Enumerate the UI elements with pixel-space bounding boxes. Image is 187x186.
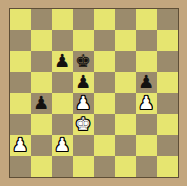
square-h4[interactable]	[157, 93, 178, 114]
square-b5[interactable]	[31, 72, 52, 93]
square-d1[interactable]	[73, 156, 94, 177]
black-pawn[interactable]: ♟	[54, 51, 70, 71]
square-d6[interactable]: ♚	[73, 51, 94, 72]
white-king[interactable]: ♚	[75, 114, 91, 134]
square-e7[interactable]	[94, 30, 115, 51]
white-pawn[interactable]: ♟	[75, 93, 91, 113]
square-d5[interactable]: ♟	[73, 72, 94, 93]
square-f2[interactable]	[115, 135, 136, 156]
square-f6[interactable]	[115, 51, 136, 72]
square-g5[interactable]: ♟	[136, 72, 157, 93]
square-b4[interactable]: ♟	[31, 93, 52, 114]
square-a4[interactable]	[10, 93, 31, 114]
chess-app-background: ♟♚♟♟♟♟♟♚♟♟	[0, 0, 187, 186]
square-h1[interactable]	[157, 156, 178, 177]
square-b3[interactable]	[31, 114, 52, 135]
square-b1[interactable]	[31, 156, 52, 177]
square-d8[interactable]	[73, 9, 94, 30]
square-c6[interactable]: ♟	[52, 51, 73, 72]
square-h2[interactable]	[157, 135, 178, 156]
square-e3[interactable]	[94, 114, 115, 135]
square-e2[interactable]	[94, 135, 115, 156]
square-c1[interactable]	[52, 156, 73, 177]
square-a6[interactable]	[10, 51, 31, 72]
square-a7[interactable]	[10, 30, 31, 51]
square-g6[interactable]	[136, 51, 157, 72]
square-e6[interactable]	[94, 51, 115, 72]
square-g7[interactable]	[136, 30, 157, 51]
square-h8[interactable]	[157, 9, 178, 30]
black-pawn[interactable]: ♟	[75, 72, 91, 92]
square-g4[interactable]: ♟	[136, 93, 157, 114]
square-c4[interactable]	[52, 93, 73, 114]
black-king[interactable]: ♚	[75, 51, 91, 71]
square-b6[interactable]	[31, 51, 52, 72]
square-f7[interactable]	[115, 30, 136, 51]
white-pawn[interactable]: ♟	[54, 135, 70, 155]
square-h3[interactable]	[157, 114, 178, 135]
chess-board: ♟♚♟♟♟♟♟♚♟♟	[9, 8, 179, 178]
square-f5[interactable]	[115, 72, 136, 93]
square-h5[interactable]	[157, 72, 178, 93]
white-pawn[interactable]: ♟	[138, 93, 154, 113]
square-h7[interactable]	[157, 30, 178, 51]
white-pawn[interactable]: ♟	[12, 135, 28, 155]
square-e8[interactable]	[94, 9, 115, 30]
square-a2[interactable]: ♟	[10, 135, 31, 156]
square-f3[interactable]	[115, 114, 136, 135]
square-d3[interactable]: ♚	[73, 114, 94, 135]
square-c7[interactable]	[52, 30, 73, 51]
square-e1[interactable]	[94, 156, 115, 177]
square-g2[interactable]	[136, 135, 157, 156]
square-a1[interactable]	[10, 156, 31, 177]
square-e4[interactable]	[94, 93, 115, 114]
square-g1[interactable]	[136, 156, 157, 177]
square-d7[interactable]	[73, 30, 94, 51]
square-g8[interactable]	[136, 9, 157, 30]
square-e5[interactable]	[94, 72, 115, 93]
square-f8[interactable]	[115, 9, 136, 30]
black-pawn[interactable]: ♟	[138, 72, 154, 92]
square-c8[interactable]	[52, 9, 73, 30]
square-b8[interactable]	[31, 9, 52, 30]
square-c2[interactable]: ♟	[52, 135, 73, 156]
square-g3[interactable]	[136, 114, 157, 135]
square-a5[interactable]	[10, 72, 31, 93]
square-d2[interactable]	[73, 135, 94, 156]
square-h6[interactable]	[157, 51, 178, 72]
square-c3[interactable]	[52, 114, 73, 135]
square-f4[interactable]	[115, 93, 136, 114]
square-f1[interactable]	[115, 156, 136, 177]
square-d4[interactable]: ♟	[73, 93, 94, 114]
square-b2[interactable]	[31, 135, 52, 156]
square-a3[interactable]	[10, 114, 31, 135]
square-b7[interactable]	[31, 30, 52, 51]
black-pawn[interactable]: ♟	[33, 93, 49, 113]
square-a8[interactable]	[10, 9, 31, 30]
square-c5[interactable]	[52, 72, 73, 93]
